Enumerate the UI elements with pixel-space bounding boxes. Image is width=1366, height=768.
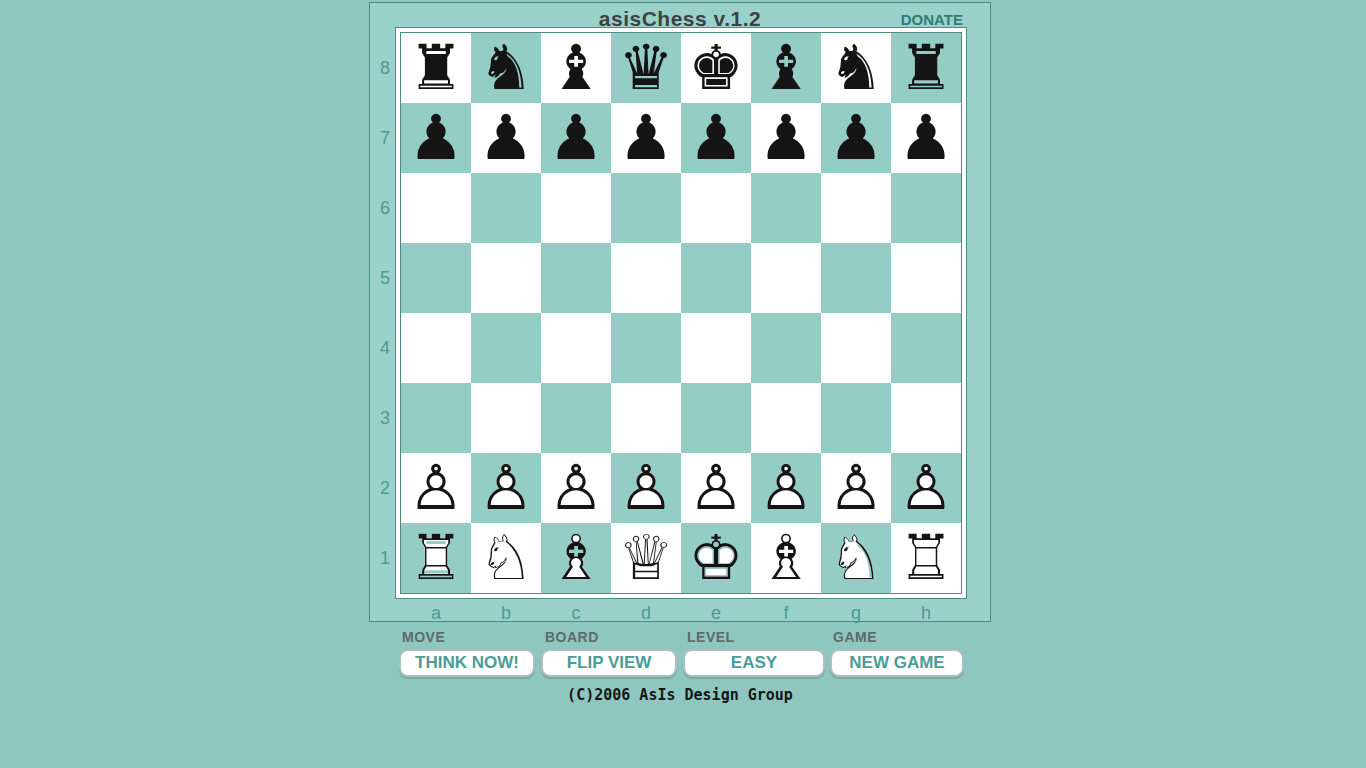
square-e3[interactable] <box>681 383 751 453</box>
square-b2[interactable]: ♟♙ <box>471 453 541 523</box>
square-h3[interactable] <box>891 383 961 453</box>
white-pawn-fill: ♟ <box>611 453 681 523</box>
square-c5[interactable] <box>541 243 611 313</box>
rank-labels: 87654321 <box>376 33 394 593</box>
square-e2[interactable]: ♟♙ <box>681 453 751 523</box>
think-now-button[interactable]: THINK NOW! <box>399 649 535 677</box>
white-pawn: ♙ <box>821 453 891 523</box>
square-a8[interactable]: ♜ <box>401 33 471 103</box>
new-game-button[interactable]: NEW GAME <box>830 649 964 677</box>
square-a6[interactable] <box>401 173 471 243</box>
rank-label-7: 7 <box>376 103 394 173</box>
chess-board: ♜♞♝♛♚♝♞♜♟♟♟♟♟♟♟♟♟♙♟♙♟♙♟♙♟♙♟♙♟♙♟♙♜♖♞♘♝♗♛♕… <box>400 32 962 594</box>
square-b8[interactable]: ♞ <box>471 33 541 103</box>
black-bishop: ♝ <box>541 33 611 103</box>
square-e6[interactable] <box>681 173 751 243</box>
white-pawn: ♙ <box>401 453 471 523</box>
square-b3[interactable] <box>471 383 541 453</box>
square-b5[interactable] <box>471 243 541 313</box>
black-rook: ♜ <box>891 33 961 103</box>
donate-link[interactable]: DONATE <box>901 11 963 28</box>
square-g7[interactable]: ♟ <box>821 103 891 173</box>
square-f5[interactable] <box>751 243 821 313</box>
square-c3[interactable] <box>541 383 611 453</box>
square-b4[interactable] <box>471 313 541 383</box>
square-c4[interactable] <box>541 313 611 383</box>
square-g4[interactable] <box>821 313 891 383</box>
white-knight-fill: ♞ <box>471 523 541 593</box>
white-rook-fill: ♜ <box>891 523 961 593</box>
square-f4[interactable] <box>751 313 821 383</box>
square-h5[interactable] <box>891 243 961 313</box>
white-pawn: ♙ <box>681 453 751 523</box>
white-knight: ♘ <box>821 523 891 593</box>
black-pawn: ♟ <box>891 103 961 173</box>
square-h6[interactable] <box>891 173 961 243</box>
square-f1[interactable]: ♝♗ <box>751 523 821 593</box>
white-knight-fill: ♞ <box>821 523 891 593</box>
square-g3[interactable] <box>821 383 891 453</box>
rank-label-1: 1 <box>376 523 394 593</box>
move-group-label: MOVE <box>402 629 445 645</box>
file-label-g: g <box>821 603 891 624</box>
game-group-label: GAME <box>833 629 877 645</box>
white-rook: ♖ <box>891 523 961 593</box>
flip-view-button[interactable]: FLIP VIEW <box>541 649 677 677</box>
file-label-h: h <box>891 603 961 624</box>
rank-label-6: 6 <box>376 173 394 243</box>
board-group-label: BOARD <box>545 629 599 645</box>
rank-label-4: 4 <box>376 313 394 383</box>
white-king: ♔ <box>681 523 751 593</box>
white-rook-fill: ♜ <box>401 523 471 593</box>
copyright-text: (C)2006 AsIs Design Group <box>369 686 991 704</box>
square-e7[interactable]: ♟ <box>681 103 751 173</box>
square-g2[interactable]: ♟♙ <box>821 453 891 523</box>
white-knight: ♘ <box>471 523 541 593</box>
square-a7[interactable]: ♟ <box>401 103 471 173</box>
rank-label-8: 8 <box>376 33 394 103</box>
square-c1[interactable]: ♝♗ <box>541 523 611 593</box>
square-b6[interactable] <box>471 173 541 243</box>
white-queen-fill: ♛ <box>611 523 681 593</box>
white-queen: ♕ <box>611 523 681 593</box>
square-e4[interactable] <box>681 313 751 383</box>
file-labels: abcdefgh <box>401 603 961 624</box>
square-h8[interactable]: ♜ <box>891 33 961 103</box>
file-label-a: a <box>401 603 471 624</box>
level-group-label: LEVEL <box>687 629 735 645</box>
square-h4[interactable] <box>891 313 961 383</box>
square-a2[interactable]: ♟♙ <box>401 453 471 523</box>
square-d8[interactable]: ♛ <box>611 33 681 103</box>
square-d6[interactable] <box>611 173 681 243</box>
square-c7[interactable]: ♟ <box>541 103 611 173</box>
white-pawn: ♙ <box>891 453 961 523</box>
white-pawn-fill: ♟ <box>681 453 751 523</box>
square-a4[interactable] <box>401 313 471 383</box>
square-c8[interactable]: ♝ <box>541 33 611 103</box>
square-a3[interactable] <box>401 383 471 453</box>
white-king-fill: ♚ <box>681 523 751 593</box>
white-rook: ♖ <box>401 523 471 593</box>
white-bishop: ♗ <box>751 523 821 593</box>
square-d5[interactable] <box>611 243 681 313</box>
white-pawn: ♙ <box>471 453 541 523</box>
square-a1[interactable]: ♜♖ <box>401 523 471 593</box>
square-a5[interactable] <box>401 243 471 313</box>
black-knight: ♞ <box>821 33 891 103</box>
file-label-d: d <box>611 603 681 624</box>
white-pawn: ♙ <box>541 453 611 523</box>
square-h2[interactable]: ♟♙ <box>891 453 961 523</box>
black-rook: ♜ <box>401 33 471 103</box>
square-h7[interactable]: ♟ <box>891 103 961 173</box>
black-bishop: ♝ <box>751 33 821 103</box>
rank-label-2: 2 <box>376 453 394 523</box>
square-g8[interactable]: ♞ <box>821 33 891 103</box>
square-c2[interactable]: ♟♙ <box>541 453 611 523</box>
white-pawn-fill: ♟ <box>541 453 611 523</box>
square-b7[interactable]: ♟ <box>471 103 541 173</box>
square-f3[interactable] <box>751 383 821 453</box>
square-d2[interactable]: ♟♙ <box>611 453 681 523</box>
square-g5[interactable] <box>821 243 891 313</box>
square-g1[interactable]: ♞♘ <box>821 523 891 593</box>
square-f8[interactable]: ♝ <box>751 33 821 103</box>
black-pawn: ♟ <box>821 103 891 173</box>
rank-label-3: 3 <box>376 383 394 453</box>
black-queen: ♛ <box>611 33 681 103</box>
white-pawn-fill: ♟ <box>821 453 891 523</box>
black-pawn: ♟ <box>471 103 541 173</box>
file-label-c: c <box>541 603 611 624</box>
file-label-e: e <box>681 603 751 624</box>
rank-label-5: 5 <box>376 243 394 313</box>
white-bishop-fill: ♝ <box>541 523 611 593</box>
square-b1[interactable]: ♞♘ <box>471 523 541 593</box>
white-pawn-fill: ♟ <box>891 453 961 523</box>
square-d4[interactable] <box>611 313 681 383</box>
white-pawn-fill: ♟ <box>471 453 541 523</box>
file-label-f: f <box>751 603 821 624</box>
square-e1[interactable]: ♚♔ <box>681 523 751 593</box>
white-bishop: ♗ <box>541 523 611 593</box>
square-h1[interactable]: ♜♖ <box>891 523 961 593</box>
black-knight: ♞ <box>471 33 541 103</box>
square-f2[interactable]: ♟♙ <box>751 453 821 523</box>
white-pawn: ♙ <box>751 453 821 523</box>
black-king: ♚ <box>681 33 751 103</box>
board-frame: ♜♞♝♛♚♝♞♜♟♟♟♟♟♟♟♟♟♙♟♙♟♙♟♙♟♙♟♙♟♙♟♙♜♖♞♘♝♗♛♕… <box>395 27 967 599</box>
square-c6[interactable] <box>541 173 611 243</box>
app-panel: asisChess v.1.2 DONATE 87654321 ♜♞♝♛♚♝♞♜… <box>369 2 991 622</box>
square-e8[interactable]: ♚ <box>681 33 751 103</box>
white-pawn-fill: ♟ <box>401 453 471 523</box>
square-g6[interactable] <box>821 173 891 243</box>
black-pawn: ♟ <box>611 103 681 173</box>
square-f7[interactable]: ♟ <box>751 103 821 173</box>
square-e5[interactable] <box>681 243 751 313</box>
file-label-b: b <box>471 603 541 624</box>
black-pawn: ♟ <box>681 103 751 173</box>
square-f6[interactable] <box>751 173 821 243</box>
square-d7[interactable]: ♟ <box>611 103 681 173</box>
square-d3[interactable] <box>611 383 681 453</box>
white-pawn: ♙ <box>611 453 681 523</box>
white-bishop-fill: ♝ <box>751 523 821 593</box>
black-pawn: ♟ <box>751 103 821 173</box>
level-easy-button[interactable]: EASY <box>683 649 825 677</box>
square-d1[interactable]: ♛♕ <box>611 523 681 593</box>
black-pawn: ♟ <box>541 103 611 173</box>
black-pawn: ♟ <box>401 103 471 173</box>
white-pawn-fill: ♟ <box>751 453 821 523</box>
